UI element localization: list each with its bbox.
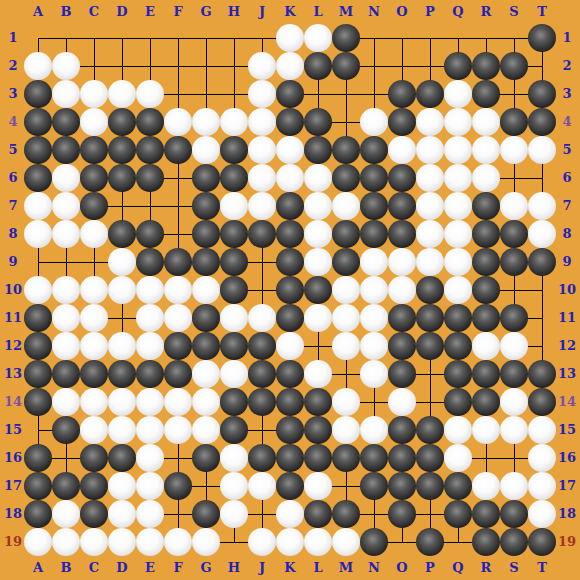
intersection-G17[interactable] xyxy=(192,472,220,500)
intersection-H14[interactable] xyxy=(220,388,248,416)
intersection-C2[interactable] xyxy=(80,52,108,80)
intersection-H13[interactable] xyxy=(220,360,248,388)
intersection-P5[interactable] xyxy=(416,136,444,164)
intersection-S2[interactable] xyxy=(500,52,528,80)
intersection-R1[interactable] xyxy=(472,24,500,52)
intersection-Q16[interactable] xyxy=(444,444,472,472)
intersection-N19[interactable] xyxy=(360,528,388,556)
intersection-G2[interactable] xyxy=(192,52,220,80)
intersection-N18[interactable] xyxy=(360,500,388,528)
intersection-O11[interactable] xyxy=(388,304,416,332)
intersection-O7[interactable] xyxy=(388,192,416,220)
intersection-D16[interactable] xyxy=(108,444,136,472)
intersection-D13[interactable] xyxy=(108,360,136,388)
intersection-K15[interactable] xyxy=(276,416,304,444)
intersection-Q4[interactable] xyxy=(444,108,472,136)
intersection-C17[interactable] xyxy=(80,472,108,500)
intersection-O9[interactable] xyxy=(388,248,416,276)
intersection-L6[interactable] xyxy=(304,164,332,192)
intersection-S11[interactable] xyxy=(500,304,528,332)
intersection-O2[interactable] xyxy=(388,52,416,80)
intersection-N1[interactable] xyxy=(360,24,388,52)
intersection-K9[interactable] xyxy=(276,248,304,276)
intersection-O18[interactable] xyxy=(388,500,416,528)
intersection-C7[interactable] xyxy=(80,192,108,220)
intersection-C4[interactable] xyxy=(80,108,108,136)
intersection-F5[interactable] xyxy=(164,136,192,164)
intersection-P8[interactable] xyxy=(416,220,444,248)
intersection-F15[interactable] xyxy=(164,416,192,444)
intersection-L13[interactable] xyxy=(304,360,332,388)
intersection-S4[interactable] xyxy=(500,108,528,136)
intersection-E4[interactable] xyxy=(136,108,164,136)
intersection-T8[interactable] xyxy=(528,220,556,248)
intersection-F13[interactable] xyxy=(164,360,192,388)
intersection-S17[interactable] xyxy=(500,472,528,500)
intersection-O15[interactable] xyxy=(388,416,416,444)
intersection-A8[interactable] xyxy=(24,220,52,248)
intersection-K10[interactable] xyxy=(276,276,304,304)
intersection-H16[interactable] xyxy=(220,444,248,472)
intersection-S9[interactable] xyxy=(500,248,528,276)
intersection-C15[interactable] xyxy=(80,416,108,444)
intersection-E8[interactable] xyxy=(136,220,164,248)
intersection-H5[interactable] xyxy=(220,136,248,164)
intersection-T3[interactable] xyxy=(528,80,556,108)
intersection-R9[interactable] xyxy=(472,248,500,276)
intersection-M1[interactable] xyxy=(332,24,360,52)
intersection-N13[interactable] xyxy=(360,360,388,388)
intersection-L1[interactable] xyxy=(304,24,332,52)
intersection-M10[interactable] xyxy=(332,276,360,304)
intersection-M16[interactable] xyxy=(332,444,360,472)
intersection-A13[interactable] xyxy=(24,360,52,388)
intersection-B9[interactable] xyxy=(52,248,80,276)
intersection-K18[interactable] xyxy=(276,500,304,528)
intersection-F1[interactable] xyxy=(164,24,192,52)
intersection-K7[interactable] xyxy=(276,192,304,220)
intersection-J2[interactable] xyxy=(248,52,276,80)
intersection-T10[interactable] xyxy=(528,276,556,304)
intersection-D14[interactable] xyxy=(108,388,136,416)
intersection-Q1[interactable] xyxy=(444,24,472,52)
intersection-B10[interactable] xyxy=(52,276,80,304)
intersection-C8[interactable] xyxy=(80,220,108,248)
intersection-N5[interactable] xyxy=(360,136,388,164)
intersection-R11[interactable] xyxy=(472,304,500,332)
intersection-P3[interactable] xyxy=(416,80,444,108)
intersection-M4[interactable] xyxy=(332,108,360,136)
intersection-A19[interactable] xyxy=(24,528,52,556)
intersection-O3[interactable] xyxy=(388,80,416,108)
intersection-P19[interactable] xyxy=(416,528,444,556)
intersection-G18[interactable] xyxy=(192,500,220,528)
intersection-L10[interactable] xyxy=(304,276,332,304)
intersection-C11[interactable] xyxy=(80,304,108,332)
intersection-H4[interactable] xyxy=(220,108,248,136)
intersection-O1[interactable] xyxy=(388,24,416,52)
intersection-E12[interactable] xyxy=(136,332,164,360)
intersection-Q5[interactable] xyxy=(444,136,472,164)
intersection-Q11[interactable] xyxy=(444,304,472,332)
intersection-S14[interactable] xyxy=(500,388,528,416)
intersection-N3[interactable] xyxy=(360,80,388,108)
intersection-A18[interactable] xyxy=(24,500,52,528)
intersection-Q14[interactable] xyxy=(444,388,472,416)
intersection-J4[interactable] xyxy=(248,108,276,136)
intersection-S19[interactable] xyxy=(500,528,528,556)
intersection-M3[interactable] xyxy=(332,80,360,108)
intersection-D2[interactable] xyxy=(108,52,136,80)
intersection-N17[interactable] xyxy=(360,472,388,500)
intersection-B12[interactable] xyxy=(52,332,80,360)
intersection-A11[interactable] xyxy=(24,304,52,332)
intersection-A15[interactable] xyxy=(24,416,52,444)
intersection-E17[interactable] xyxy=(136,472,164,500)
intersection-E16[interactable] xyxy=(136,444,164,472)
intersection-M9[interactable] xyxy=(332,248,360,276)
intersection-P12[interactable] xyxy=(416,332,444,360)
intersection-O13[interactable] xyxy=(388,360,416,388)
intersection-S13[interactable] xyxy=(500,360,528,388)
intersection-C5[interactable] xyxy=(80,136,108,164)
intersection-R5[interactable] xyxy=(472,136,500,164)
intersection-J6[interactable] xyxy=(248,164,276,192)
intersection-H3[interactable] xyxy=(220,80,248,108)
intersection-S5[interactable] xyxy=(500,136,528,164)
intersection-K11[interactable] xyxy=(276,304,304,332)
intersection-P1[interactable] xyxy=(416,24,444,52)
intersection-E9[interactable] xyxy=(136,248,164,276)
intersection-G7[interactable] xyxy=(192,192,220,220)
intersection-T1[interactable] xyxy=(528,24,556,52)
intersection-T19[interactable] xyxy=(528,528,556,556)
intersection-G10[interactable] xyxy=(192,276,220,304)
intersection-O16[interactable] xyxy=(388,444,416,472)
intersection-S8[interactable] xyxy=(500,220,528,248)
intersection-B14[interactable] xyxy=(52,388,80,416)
intersection-P13[interactable] xyxy=(416,360,444,388)
intersection-G8[interactable] xyxy=(192,220,220,248)
intersection-J15[interactable] xyxy=(248,416,276,444)
intersection-J8[interactable] xyxy=(248,220,276,248)
intersection-J3[interactable] xyxy=(248,80,276,108)
intersection-A4[interactable] xyxy=(24,108,52,136)
intersection-R8[interactable] xyxy=(472,220,500,248)
intersection-F8[interactable] xyxy=(164,220,192,248)
intersection-G14[interactable] xyxy=(192,388,220,416)
intersection-C10[interactable] xyxy=(80,276,108,304)
intersection-L7[interactable] xyxy=(304,192,332,220)
intersection-C12[interactable] xyxy=(80,332,108,360)
intersection-B8[interactable] xyxy=(52,220,80,248)
intersection-K16[interactable] xyxy=(276,444,304,472)
intersection-O17[interactable] xyxy=(388,472,416,500)
intersection-C16[interactable] xyxy=(80,444,108,472)
intersection-S3[interactable] xyxy=(500,80,528,108)
intersection-P6[interactable] xyxy=(416,164,444,192)
intersection-S15[interactable] xyxy=(500,416,528,444)
intersection-S12[interactable] xyxy=(500,332,528,360)
intersection-F12[interactable] xyxy=(164,332,192,360)
intersection-H10[interactable] xyxy=(220,276,248,304)
intersection-T18[interactable] xyxy=(528,500,556,528)
intersection-C18[interactable] xyxy=(80,500,108,528)
intersection-L2[interactable] xyxy=(304,52,332,80)
intersection-M11[interactable] xyxy=(332,304,360,332)
intersection-M7[interactable] xyxy=(332,192,360,220)
intersection-K5[interactable] xyxy=(276,136,304,164)
intersection-G6[interactable] xyxy=(192,164,220,192)
intersection-J12[interactable] xyxy=(248,332,276,360)
intersection-L9[interactable] xyxy=(304,248,332,276)
intersection-E6[interactable] xyxy=(136,164,164,192)
intersection-A1[interactable] xyxy=(24,24,52,52)
intersection-T6[interactable] xyxy=(528,164,556,192)
intersection-K19[interactable] xyxy=(276,528,304,556)
intersection-H11[interactable] xyxy=(220,304,248,332)
intersection-H2[interactable] xyxy=(220,52,248,80)
intersection-A10[interactable] xyxy=(24,276,52,304)
intersection-H9[interactable] xyxy=(220,248,248,276)
intersection-J19[interactable] xyxy=(248,528,276,556)
intersection-E14[interactable] xyxy=(136,388,164,416)
intersection-G9[interactable] xyxy=(192,248,220,276)
intersection-P16[interactable] xyxy=(416,444,444,472)
intersection-F3[interactable] xyxy=(164,80,192,108)
intersection-T13[interactable] xyxy=(528,360,556,388)
intersection-S10[interactable] xyxy=(500,276,528,304)
intersection-R4[interactable] xyxy=(472,108,500,136)
intersection-S6[interactable] xyxy=(500,164,528,192)
intersection-L8[interactable] xyxy=(304,220,332,248)
intersection-C6[interactable] xyxy=(80,164,108,192)
intersection-A6[interactable] xyxy=(24,164,52,192)
intersection-H8[interactable] xyxy=(220,220,248,248)
intersection-J17[interactable] xyxy=(248,472,276,500)
intersection-N6[interactable] xyxy=(360,164,388,192)
intersection-O6[interactable] xyxy=(388,164,416,192)
intersection-J13[interactable] xyxy=(248,360,276,388)
intersection-C9[interactable] xyxy=(80,248,108,276)
intersection-J18[interactable] xyxy=(248,500,276,528)
intersection-Q12[interactable] xyxy=(444,332,472,360)
intersection-O19[interactable] xyxy=(388,528,416,556)
intersection-H7[interactable] xyxy=(220,192,248,220)
intersection-E18[interactable] xyxy=(136,500,164,528)
intersection-E2[interactable] xyxy=(136,52,164,80)
intersection-M6[interactable] xyxy=(332,164,360,192)
intersection-N4[interactable] xyxy=(360,108,388,136)
intersection-R12[interactable] xyxy=(472,332,500,360)
intersection-H15[interactable] xyxy=(220,416,248,444)
intersection-Q2[interactable] xyxy=(444,52,472,80)
intersection-F16[interactable] xyxy=(164,444,192,472)
intersection-O4[interactable] xyxy=(388,108,416,136)
intersection-F10[interactable] xyxy=(164,276,192,304)
intersection-J1[interactable] xyxy=(248,24,276,52)
intersection-J10[interactable] xyxy=(248,276,276,304)
intersection-C13[interactable] xyxy=(80,360,108,388)
intersection-L16[interactable] xyxy=(304,444,332,472)
intersection-L18[interactable] xyxy=(304,500,332,528)
intersection-R18[interactable] xyxy=(472,500,500,528)
intersection-C14[interactable] xyxy=(80,388,108,416)
intersection-M14[interactable] xyxy=(332,388,360,416)
intersection-G1[interactable] xyxy=(192,24,220,52)
intersection-N14[interactable] xyxy=(360,388,388,416)
intersection-A5[interactable] xyxy=(24,136,52,164)
intersection-K8[interactable] xyxy=(276,220,304,248)
intersection-R15[interactable] xyxy=(472,416,500,444)
intersection-L11[interactable] xyxy=(304,304,332,332)
intersection-Q15[interactable] xyxy=(444,416,472,444)
intersection-P18[interactable] xyxy=(416,500,444,528)
intersection-H19[interactable] xyxy=(220,528,248,556)
intersection-N12[interactable] xyxy=(360,332,388,360)
intersection-D8[interactable] xyxy=(108,220,136,248)
intersection-T9[interactable] xyxy=(528,248,556,276)
intersection-R7[interactable] xyxy=(472,192,500,220)
intersection-J16[interactable] xyxy=(248,444,276,472)
intersection-G13[interactable] xyxy=(192,360,220,388)
intersection-F17[interactable] xyxy=(164,472,192,500)
intersection-M19[interactable] xyxy=(332,528,360,556)
intersection-L15[interactable] xyxy=(304,416,332,444)
intersection-D5[interactable] xyxy=(108,136,136,164)
intersection-P4[interactable] xyxy=(416,108,444,136)
intersection-K6[interactable] xyxy=(276,164,304,192)
intersection-H6[interactable] xyxy=(220,164,248,192)
intersection-B16[interactable] xyxy=(52,444,80,472)
intersection-P11[interactable] xyxy=(416,304,444,332)
intersection-M8[interactable] xyxy=(332,220,360,248)
intersection-A9[interactable] xyxy=(24,248,52,276)
intersection-A17[interactable] xyxy=(24,472,52,500)
intersection-T5[interactable] xyxy=(528,136,556,164)
intersection-M5[interactable] xyxy=(332,136,360,164)
intersection-L14[interactable] xyxy=(304,388,332,416)
intersection-E1[interactable] xyxy=(136,24,164,52)
intersection-O5[interactable] xyxy=(388,136,416,164)
intersection-L5[interactable] xyxy=(304,136,332,164)
intersection-A12[interactable] xyxy=(24,332,52,360)
intersection-T7[interactable] xyxy=(528,192,556,220)
intersection-R17[interactable] xyxy=(472,472,500,500)
intersection-H17[interactable] xyxy=(220,472,248,500)
intersection-F4[interactable] xyxy=(164,108,192,136)
intersection-S1[interactable] xyxy=(500,24,528,52)
intersection-B4[interactable] xyxy=(52,108,80,136)
intersection-P14[interactable] xyxy=(416,388,444,416)
intersection-K12[interactable] xyxy=(276,332,304,360)
intersection-D7[interactable] xyxy=(108,192,136,220)
intersection-E3[interactable] xyxy=(136,80,164,108)
intersection-B3[interactable] xyxy=(52,80,80,108)
intersection-N16[interactable] xyxy=(360,444,388,472)
intersection-E19[interactable] xyxy=(136,528,164,556)
intersection-T17[interactable] xyxy=(528,472,556,500)
intersection-P10[interactable] xyxy=(416,276,444,304)
intersection-A7[interactable] xyxy=(24,192,52,220)
intersection-T4[interactable] xyxy=(528,108,556,136)
intersection-T11[interactable] xyxy=(528,304,556,332)
intersection-Q18[interactable] xyxy=(444,500,472,528)
intersection-N9[interactable] xyxy=(360,248,388,276)
intersection-B5[interactable] xyxy=(52,136,80,164)
intersection-C19[interactable] xyxy=(80,528,108,556)
intersection-Q17[interactable] xyxy=(444,472,472,500)
intersection-D3[interactable] xyxy=(108,80,136,108)
intersection-F9[interactable] xyxy=(164,248,192,276)
intersection-D9[interactable] xyxy=(108,248,136,276)
intersection-B11[interactable] xyxy=(52,304,80,332)
intersection-T16[interactable] xyxy=(528,444,556,472)
intersection-Q19[interactable] xyxy=(444,528,472,556)
intersection-F11[interactable] xyxy=(164,304,192,332)
intersection-O14[interactable] xyxy=(388,388,416,416)
intersection-M15[interactable] xyxy=(332,416,360,444)
intersection-K2[interactable] xyxy=(276,52,304,80)
intersection-G19[interactable] xyxy=(192,528,220,556)
intersection-G4[interactable] xyxy=(192,108,220,136)
intersection-F6[interactable] xyxy=(164,164,192,192)
intersection-H12[interactable] xyxy=(220,332,248,360)
intersection-L3[interactable] xyxy=(304,80,332,108)
intersection-M17[interactable] xyxy=(332,472,360,500)
intersection-F14[interactable] xyxy=(164,388,192,416)
intersection-S18[interactable] xyxy=(500,500,528,528)
intersection-J7[interactable] xyxy=(248,192,276,220)
intersection-B7[interactable] xyxy=(52,192,80,220)
intersection-J11[interactable] xyxy=(248,304,276,332)
intersection-F19[interactable] xyxy=(164,528,192,556)
intersection-B17[interactable] xyxy=(52,472,80,500)
intersection-B18[interactable] xyxy=(52,500,80,528)
intersection-D6[interactable] xyxy=(108,164,136,192)
intersection-B13[interactable] xyxy=(52,360,80,388)
intersection-J14[interactable] xyxy=(248,388,276,416)
intersection-N11[interactable] xyxy=(360,304,388,332)
intersection-B2[interactable] xyxy=(52,52,80,80)
intersection-H1[interactable] xyxy=(220,24,248,52)
intersection-K17[interactable] xyxy=(276,472,304,500)
intersection-H18[interactable] xyxy=(220,500,248,528)
intersection-D12[interactable] xyxy=(108,332,136,360)
intersection-N7[interactable] xyxy=(360,192,388,220)
intersection-K4[interactable] xyxy=(276,108,304,136)
intersection-E7[interactable] xyxy=(136,192,164,220)
intersection-Q8[interactable] xyxy=(444,220,472,248)
intersection-P17[interactable] xyxy=(416,472,444,500)
intersection-B1[interactable] xyxy=(52,24,80,52)
intersection-G3[interactable] xyxy=(192,80,220,108)
intersection-L12[interactable] xyxy=(304,332,332,360)
intersection-S16[interactable] xyxy=(500,444,528,472)
intersection-E10[interactable] xyxy=(136,276,164,304)
intersection-M13[interactable] xyxy=(332,360,360,388)
intersection-P9[interactable] xyxy=(416,248,444,276)
intersection-R2[interactable] xyxy=(472,52,500,80)
intersection-B6[interactable] xyxy=(52,164,80,192)
intersection-G15[interactable] xyxy=(192,416,220,444)
intersection-T12[interactable] xyxy=(528,332,556,360)
intersection-L4[interactable] xyxy=(304,108,332,136)
intersection-G5[interactable] xyxy=(192,136,220,164)
intersection-A2[interactable] xyxy=(24,52,52,80)
intersection-K1[interactable] xyxy=(276,24,304,52)
intersection-N2[interactable] xyxy=(360,52,388,80)
